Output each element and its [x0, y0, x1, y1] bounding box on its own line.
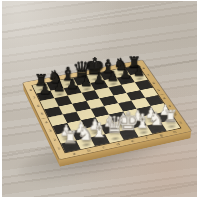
piece-black-pawn[interactable]: ♟ [39, 82, 51, 96]
piece-black-pawn[interactable]: ♟ [107, 69, 119, 83]
piece-black-pawn[interactable]: ♟ [80, 75, 92, 89]
square-d5[interactable] [86, 98, 104, 109]
square-c5[interactable] [72, 101, 90, 112]
square-e5[interactable] [99, 95, 117, 106]
piece-white-knight[interactable]: ♞ [77, 125, 94, 144]
piece-black-pawn[interactable]: ♟ [120, 67, 132, 80]
chess-set-photo: ♜♞♝♛♚♝♞♜♟♟♟♟♟♟♟♟♟♟♟♟♟♟♟♟♜♞♝♛♚♝♞♜ abcdefg… [0, 0, 200, 200]
piece-black-pawn[interactable]: ♟ [93, 72, 105, 86]
board-3d-wrapper: ♜♞♝♛♚♝♞♜♟♟♟♟♟♟♟♟♟♟♟♟♟♟♟♟♜♞♝♛♚♝♞♜ abcdefg… [38, 40, 170, 172]
board-frame: ♜♞♝♛♚♝♞♜♟♟♟♟♟♟♟♟♟♟♟♟♟♟♟♟♜♞♝♛♚♝♞♜ abcdefg… [23, 60, 191, 159]
piece-white-rook[interactable]: ♜ [163, 109, 178, 125]
piece-black-pawn[interactable]: ♟ [66, 77, 78, 91]
piece-white-rook[interactable]: ♜ [63, 130, 78, 147]
piece-black-pawn[interactable]: ♟ [53, 80, 65, 94]
